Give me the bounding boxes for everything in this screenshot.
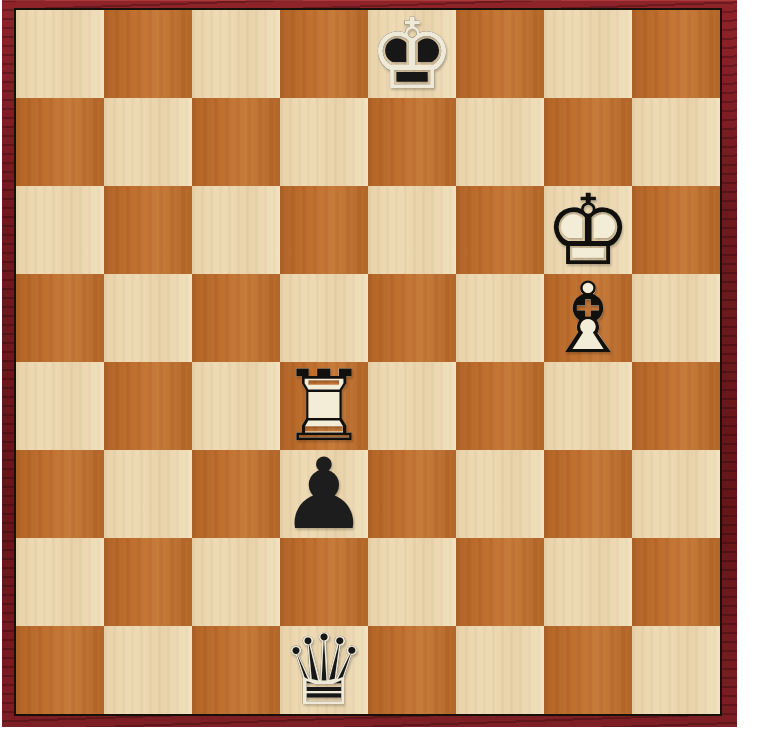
square-c1[interactable] <box>192 626 280 714</box>
board-inner-border: ♚♔♚♔♝♗♜♖♟♛♕ <box>14 8 722 716</box>
square-f7[interactable] <box>456 98 544 186</box>
square-g1[interactable] <box>544 626 632 714</box>
square-a8[interactable] <box>16 10 104 98</box>
square-e3[interactable] <box>368 450 456 538</box>
square-b7[interactable] <box>104 98 192 186</box>
square-a5[interactable] <box>16 274 104 362</box>
square-c2[interactable] <box>192 538 280 626</box>
square-d1[interactable]: ♛♕ <box>280 626 368 714</box>
square-e2[interactable] <box>368 538 456 626</box>
black-queen-glyph-outline: ♕ <box>280 613 368 727</box>
black-pawn[interactable]: ♟ <box>280 450 368 538</box>
square-d8[interactable] <box>280 10 368 98</box>
square-f4[interactable] <box>456 362 544 450</box>
square-d7[interactable] <box>280 98 368 186</box>
square-h1[interactable] <box>632 626 720 714</box>
square-a3[interactable] <box>16 450 104 538</box>
square-h6[interactable] <box>632 186 720 274</box>
square-g2[interactable] <box>544 538 632 626</box>
square-d3[interactable]: ♟ <box>280 450 368 538</box>
square-c7[interactable] <box>192 98 280 186</box>
square-h3[interactable] <box>632 450 720 538</box>
square-g5[interactable]: ♝♗ <box>544 274 632 362</box>
square-b1[interactable] <box>104 626 192 714</box>
square-b8[interactable] <box>104 10 192 98</box>
square-f6[interactable] <box>456 186 544 274</box>
square-a7[interactable] <box>16 98 104 186</box>
square-b3[interactable] <box>104 450 192 538</box>
square-b2[interactable] <box>104 538 192 626</box>
chess-board: ♚♔♚♔♝♗♜♖♟♛♕ <box>16 10 720 714</box>
square-a1[interactable] <box>16 626 104 714</box>
square-c5[interactable] <box>192 274 280 362</box>
square-b5[interactable] <box>104 274 192 362</box>
square-c4[interactable] <box>192 362 280 450</box>
square-f1[interactable] <box>456 626 544 714</box>
square-a6[interactable] <box>16 186 104 274</box>
square-c8[interactable] <box>192 10 280 98</box>
square-h5[interactable] <box>632 274 720 362</box>
square-f8[interactable] <box>456 10 544 98</box>
square-f3[interactable] <box>456 450 544 538</box>
white-bishop[interactable]: ♝♗ <box>544 274 632 362</box>
square-c3[interactable] <box>192 450 280 538</box>
square-f2[interactable] <box>456 538 544 626</box>
square-h8[interactable] <box>632 10 720 98</box>
black-pawn-glyph-fill: ♟ <box>280 437 368 551</box>
square-e4[interactable] <box>368 362 456 450</box>
square-g8[interactable] <box>544 10 632 98</box>
square-c6[interactable] <box>192 186 280 274</box>
square-f5[interactable] <box>456 274 544 362</box>
square-e7[interactable] <box>368 98 456 186</box>
square-d6[interactable] <box>280 186 368 274</box>
black-king-glyph-outline: ♔ <box>368 0 456 111</box>
board-frame: ♚♔♚♔♝♗♜♖♟♛♕ <box>2 0 737 727</box>
square-a4[interactable] <box>16 362 104 450</box>
square-h7[interactable] <box>632 98 720 186</box>
square-b6[interactable] <box>104 186 192 274</box>
square-h4[interactable] <box>632 362 720 450</box>
square-e6[interactable] <box>368 186 456 274</box>
black-king[interactable]: ♚♔ <box>368 10 456 98</box>
square-e8[interactable]: ♚♔ <box>368 10 456 98</box>
white-bishop-glyph-outline: ♗ <box>544 261 632 375</box>
black-queen[interactable]: ♛♕ <box>280 626 368 714</box>
square-e5[interactable] <box>368 274 456 362</box>
square-g4[interactable] <box>544 362 632 450</box>
square-a2[interactable] <box>16 538 104 626</box>
square-b4[interactable] <box>104 362 192 450</box>
square-g3[interactable] <box>544 450 632 538</box>
square-e1[interactable] <box>368 626 456 714</box>
square-h2[interactable] <box>632 538 720 626</box>
